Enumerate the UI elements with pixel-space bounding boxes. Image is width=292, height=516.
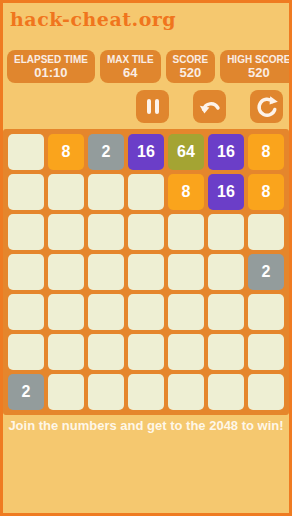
restart-button[interactable]: [250, 90, 283, 123]
tile-2-r7c1: 2: [8, 374, 44, 410]
cell-r2c1: [8, 174, 44, 210]
stat-value: 01:10: [34, 66, 67, 80]
tile-64-r1c5: 64: [168, 134, 204, 170]
cell-r4c4: [128, 254, 164, 290]
cell-r4c3: [88, 254, 124, 290]
pause-button[interactable]: [136, 90, 169, 123]
stat-score: SCORE 520: [166, 50, 216, 83]
tile-16-r1c4: 16: [128, 134, 164, 170]
cell-r6c3: [88, 334, 124, 370]
tile-2-r1c3: 2: [88, 134, 124, 170]
stat-value: 520: [248, 66, 270, 80]
stat-label: ELAPSED TIME: [14, 54, 88, 66]
cell-r4c6: [208, 254, 244, 290]
board-grid[interactable]: 821664168816822: [3, 129, 289, 415]
cell-r7c4: [128, 374, 164, 410]
cell-r4c1: [8, 254, 44, 290]
cell-r4c5: [168, 254, 204, 290]
cell-r7c2: [48, 374, 84, 410]
cell-r6c7: [248, 334, 284, 370]
tile-8-r1c7: 8: [248, 134, 284, 170]
stat-label: HIGH SCORE: [227, 54, 290, 66]
cell-r2c2: [48, 174, 84, 210]
cell-r5c4: [128, 294, 164, 330]
cell-r1c1: [8, 134, 44, 170]
cell-r6c5: [168, 334, 204, 370]
cell-r6c2: [48, 334, 84, 370]
cell-r6c1: [8, 334, 44, 370]
stat-max-tile: MAX TILE 64: [100, 50, 161, 83]
cell-r6c4: [128, 334, 164, 370]
cell-r6c6: [208, 334, 244, 370]
cell-r7c5: [168, 374, 204, 410]
cell-r7c7: [248, 374, 284, 410]
cell-r3c3: [88, 214, 124, 250]
cell-r2c3: [88, 174, 124, 210]
footer-instruction: Join the numbers and get to the 2048 to …: [3, 418, 289, 433]
toolbar: [136, 90, 283, 123]
stat-value: 520: [180, 66, 202, 80]
cell-r3c5: [168, 214, 204, 250]
stats-row: ELAPSED TIME 01:10 MAX TILE 64 SCORE 520…: [7, 50, 285, 83]
cell-r3c1: [8, 214, 44, 250]
watermark: hack-cheat.org: [10, 8, 176, 30]
undo-button[interactable]: [193, 90, 226, 123]
stat-high-score: HIGH SCORE 520: [220, 50, 292, 83]
pause-icon: [147, 99, 159, 114]
cell-r5c5: [168, 294, 204, 330]
stat-elapsed-time: ELAPSED TIME 01:10: [7, 50, 95, 83]
cell-r7c6: [208, 374, 244, 410]
tile-8-r1c2: 8: [48, 134, 84, 170]
cell-r5c2: [48, 294, 84, 330]
cell-r3c7: [248, 214, 284, 250]
restart-arrow-icon: [255, 95, 279, 119]
stat-label: SCORE: [173, 54, 209, 66]
tile-8-r2c7: 8: [248, 174, 284, 210]
cell-r3c2: [48, 214, 84, 250]
stat-value: 64: [123, 66, 137, 80]
undo-arrow-icon: [198, 96, 222, 118]
cell-r2c4: [128, 174, 164, 210]
tile-8-r2c5: 8: [168, 174, 204, 210]
cell-r7c3: [88, 374, 124, 410]
cell-r5c7: [248, 294, 284, 330]
tile-2-r4c7: 2: [248, 254, 284, 290]
cell-r5c1: [8, 294, 44, 330]
cell-r3c6: [208, 214, 244, 250]
tile-16-r2c6: 16: [208, 174, 244, 210]
cell-r4c2: [48, 254, 84, 290]
tile-16-r1c6: 16: [208, 134, 244, 170]
game-screen: hack-cheat.org ELAPSED TIME 01:10 MAX TI…: [0, 0, 292, 516]
stat-label: MAX TILE: [107, 54, 154, 66]
cell-r5c6: [208, 294, 244, 330]
cell-r5c3: [88, 294, 124, 330]
cell-r3c4: [128, 214, 164, 250]
